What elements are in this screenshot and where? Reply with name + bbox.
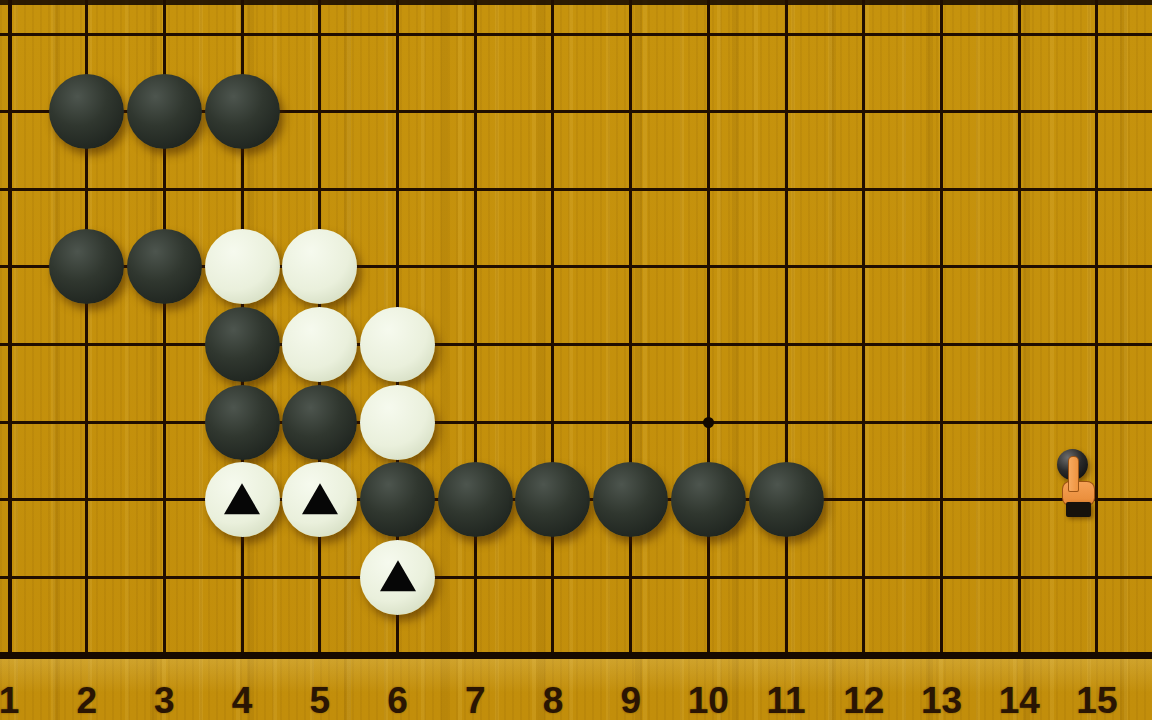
grid-line-horizontal [0, 576, 1152, 579]
stone-black[interactable] [282, 385, 357, 460]
stone-black[interactable] [671, 462, 746, 537]
stone-black[interactable] [593, 462, 668, 537]
grid-line-vertical [707, 0, 710, 658]
stone-black[interactable] [205, 385, 280, 460]
stone-white-marked[interactable] [360, 540, 435, 615]
column-label: 7 [443, 680, 507, 720]
stone-black[interactable] [749, 462, 824, 537]
grid-line-vertical [1095, 0, 1098, 658]
stone-black[interactable] [127, 74, 202, 149]
grid-line-horizontal [0, 343, 1152, 346]
stone-black[interactable] [49, 74, 124, 149]
stone-black[interactable] [438, 462, 513, 537]
grid-line-horizontal [0, 33, 1152, 36]
column-label: 8 [521, 680, 585, 720]
board-bottom-edge-line [0, 652, 1152, 659]
stone-white[interactable] [205, 229, 280, 304]
stone-white-marked[interactable] [282, 462, 357, 537]
triangle-mark-icon [224, 483, 260, 514]
stone-white[interactable] [360, 385, 435, 460]
grid-line-vertical [1018, 0, 1021, 658]
grid-line-vertical [629, 0, 632, 658]
grid-line-vertical [940, 0, 943, 658]
column-label: 1 [0, 680, 41, 720]
triangle-mark-icon [302, 483, 338, 514]
board-top-edge-line [0, 0, 1152, 5]
stone-black[interactable] [360, 462, 435, 537]
go-board[interactable]: 123456789101112131415 [0, 0, 1152, 720]
stone-white[interactable] [282, 307, 357, 382]
stone-white[interactable] [360, 307, 435, 382]
column-label: 4 [210, 680, 274, 720]
grid-line-horizontal [0, 421, 1152, 424]
stone-black[interactable] [515, 462, 590, 537]
column-label: 12 [832, 680, 896, 720]
grid-line-vertical [551, 0, 554, 658]
column-label: 11 [754, 680, 818, 720]
column-label: 5 [288, 680, 352, 720]
column-label: 14 [987, 680, 1051, 720]
stone-white[interactable] [282, 229, 357, 304]
stone-black[interactable] [49, 229, 124, 304]
cursor-hand-holding-black-stone [1043, 444, 1101, 524]
grid-line-vertical [8, 0, 12, 658]
hand-finger-icon [1068, 456, 1079, 492]
grid-line-vertical [474, 0, 477, 658]
column-label: 3 [132, 680, 196, 720]
column-label: 9 [599, 680, 663, 720]
grid-line-vertical [785, 0, 788, 658]
stone-black[interactable] [127, 229, 202, 304]
stone-black[interactable] [205, 307, 280, 382]
stone-black[interactable] [205, 74, 280, 149]
hand-cuff-icon [1066, 502, 1091, 517]
column-label: 10 [676, 680, 740, 720]
triangle-mark-icon [380, 561, 416, 592]
grid-line-vertical [862, 0, 865, 658]
grid-line-horizontal [0, 188, 1152, 191]
column-label: 13 [910, 680, 974, 720]
stone-white-marked[interactable] [205, 462, 280, 537]
column-label: 2 [55, 680, 119, 720]
column-label: 15 [1065, 680, 1129, 720]
star-point [703, 417, 714, 428]
column-label: 6 [366, 680, 430, 720]
